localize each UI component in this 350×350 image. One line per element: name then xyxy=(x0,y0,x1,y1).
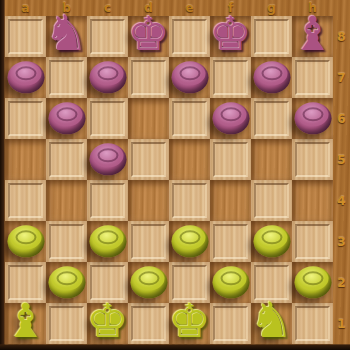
file-label-e: e xyxy=(169,0,210,16)
square-d8[interactable]: ♚ xyxy=(128,16,169,57)
piece-purple-man-h6[interactable] xyxy=(294,102,331,134)
rank-label-2: 2 xyxy=(333,262,350,303)
square-g3[interactable] xyxy=(251,221,292,262)
piece-purple-man-e7[interactable] xyxy=(171,61,208,93)
square-a5[interactable] xyxy=(5,139,46,180)
piece-purple-king-d8[interactable]: ♚ xyxy=(127,10,169,57)
square-d2[interactable] xyxy=(128,262,169,303)
square-c8[interactable] xyxy=(87,16,128,57)
square-h5[interactable] xyxy=(292,139,333,180)
piece-yellow-man-b2[interactable] xyxy=(48,266,85,298)
piece-yellow-man-e3[interactable] xyxy=(171,225,208,257)
square-a6[interactable] xyxy=(5,98,46,139)
square-c3[interactable] xyxy=(87,221,128,262)
square-a4[interactable] xyxy=(5,180,46,221)
piece-yellow-man-f2[interactable] xyxy=(212,266,249,298)
square-h1[interactable] xyxy=(292,303,333,344)
piece-purple-man-c5[interactable] xyxy=(89,143,126,175)
square-e1[interactable]: ♚ xyxy=(169,303,210,344)
board-edge-bottom xyxy=(0,344,350,350)
square-a7[interactable] xyxy=(5,57,46,98)
square-f4[interactable] xyxy=(210,180,251,221)
square-h6[interactable] xyxy=(292,98,333,139)
square-b4[interactable] xyxy=(46,180,87,221)
piece-yellow-bishop-a1[interactable]: ♝ xyxy=(4,297,46,344)
square-d5[interactable] xyxy=(128,139,169,180)
piece-yellow-man-a3[interactable] xyxy=(7,225,44,257)
piece-purple-king-f8[interactable]: ♚ xyxy=(209,10,251,57)
square-d7[interactable] xyxy=(128,57,169,98)
piece-purple-knight-b8[interactable]: ♞ xyxy=(45,9,89,58)
square-f5[interactable] xyxy=(210,139,251,180)
square-h7[interactable] xyxy=(292,57,333,98)
square-g1[interactable]: ♞ xyxy=(251,303,292,344)
square-c5[interactable] xyxy=(87,139,128,180)
rank-label-7: 7 xyxy=(333,57,350,98)
piece-yellow-man-h2[interactable] xyxy=(294,266,331,298)
piece-purple-man-f6[interactable] xyxy=(212,102,249,134)
square-b6[interactable] xyxy=(46,98,87,139)
square-b2[interactable] xyxy=(46,262,87,303)
square-b3[interactable] xyxy=(46,221,87,262)
file-label-a: a xyxy=(5,0,46,16)
rank-label-4: 4 xyxy=(333,180,350,221)
piece-purple-bishop-h8[interactable]: ♝ xyxy=(291,10,333,57)
piece-yellow-king-e1[interactable]: ♚ xyxy=(168,297,210,344)
square-f8[interactable]: ♚ xyxy=(210,16,251,57)
square-e7[interactable] xyxy=(169,57,210,98)
piece-yellow-man-c3[interactable] xyxy=(89,225,126,257)
file-label-g: g xyxy=(251,0,292,16)
piece-yellow-king-c1[interactable]: ♚ xyxy=(86,297,128,344)
piece-purple-man-b6[interactable] xyxy=(48,102,85,134)
square-d4[interactable] xyxy=(128,180,169,221)
square-g7[interactable] xyxy=(251,57,292,98)
square-b5[interactable] xyxy=(46,139,87,180)
piece-purple-man-g7[interactable] xyxy=(253,61,290,93)
rank-label-3: 3 xyxy=(333,221,350,262)
square-e6[interactable] xyxy=(169,98,210,139)
rank-labels: 87654321 xyxy=(333,16,350,344)
piece-yellow-knight-g1[interactable]: ♞ xyxy=(250,296,294,345)
board-edge-left xyxy=(0,0,5,350)
board-grid: ♞♚♚♝♝♚♚♞ xyxy=(5,16,333,344)
square-a1[interactable]: ♝ xyxy=(5,303,46,344)
square-f3[interactable] xyxy=(210,221,251,262)
piece-purple-man-a7[interactable] xyxy=(7,61,44,93)
square-b8[interactable]: ♞ xyxy=(46,16,87,57)
rank-label-5: 5 xyxy=(333,139,350,180)
game-board-window: abcdefgh 87654321 ♞♚♚♝♝♚♚♞ xyxy=(0,0,350,350)
square-g8[interactable] xyxy=(251,16,292,57)
square-f1[interactable] xyxy=(210,303,251,344)
square-e4[interactable] xyxy=(169,180,210,221)
square-h8[interactable]: ♝ xyxy=(292,16,333,57)
square-d3[interactable] xyxy=(128,221,169,262)
square-h2[interactable] xyxy=(292,262,333,303)
square-e3[interactable] xyxy=(169,221,210,262)
square-c7[interactable] xyxy=(87,57,128,98)
square-d1[interactable] xyxy=(128,303,169,344)
piece-yellow-man-d2[interactable] xyxy=(130,266,167,298)
piece-purple-man-c7[interactable] xyxy=(89,61,126,93)
square-g4[interactable] xyxy=(251,180,292,221)
file-label-c: c xyxy=(87,0,128,16)
square-d6[interactable] xyxy=(128,98,169,139)
square-g6[interactable] xyxy=(251,98,292,139)
square-b7[interactable] xyxy=(46,57,87,98)
square-b1[interactable] xyxy=(46,303,87,344)
square-a3[interactable] xyxy=(5,221,46,262)
square-g5[interactable] xyxy=(251,139,292,180)
square-c1[interactable]: ♚ xyxy=(87,303,128,344)
square-a8[interactable] xyxy=(5,16,46,57)
rank-label-6: 6 xyxy=(333,98,350,139)
rank-label-1: 1 xyxy=(333,303,350,344)
square-e8[interactable] xyxy=(169,16,210,57)
square-f7[interactable] xyxy=(210,57,251,98)
square-e5[interactable] xyxy=(169,139,210,180)
square-f2[interactable] xyxy=(210,262,251,303)
square-c6[interactable] xyxy=(87,98,128,139)
piece-yellow-man-g3[interactable] xyxy=(253,225,290,257)
square-h4[interactable] xyxy=(292,180,333,221)
square-f6[interactable] xyxy=(210,98,251,139)
square-c4[interactable] xyxy=(87,180,128,221)
rank-label-8: 8 xyxy=(333,16,350,57)
square-h3[interactable] xyxy=(292,221,333,262)
